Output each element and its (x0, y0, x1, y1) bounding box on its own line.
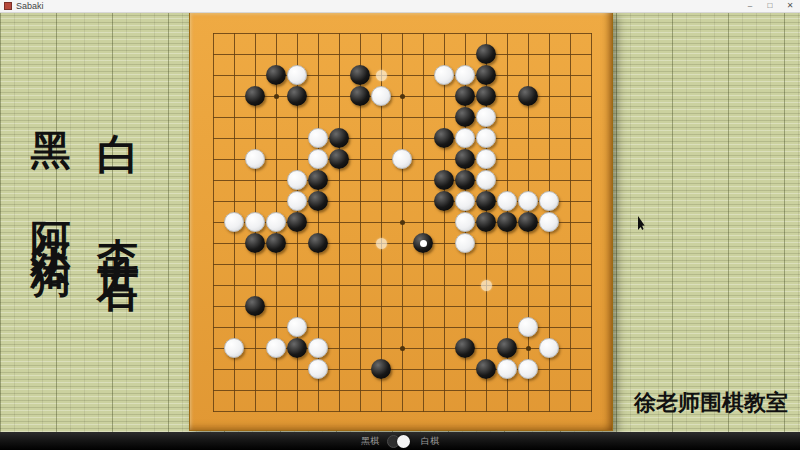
star-point (274, 94, 279, 99)
maximize-button[interactable]: □ (760, 0, 780, 12)
stone-white[interactable] (455, 128, 475, 148)
stone-white[interactable] (224, 212, 244, 232)
stone-black[interactable] (455, 170, 475, 190)
stone-white[interactable] (245, 149, 265, 169)
caption-white-player: 白 李世石 (90, 100, 146, 259)
star-point (400, 346, 405, 351)
app-window: Sabaki – □ ✕ 黑 阿尔法狗 白 李世石 徐老师围棋教室 黑棋 白棋 (0, 0, 800, 450)
stone-black[interactable] (308, 191, 328, 211)
stone-black[interactable] (308, 170, 328, 190)
title-bar: Sabaki – □ ✕ (0, 0, 800, 13)
white-stone-icon (397, 435, 410, 448)
stone-white[interactable] (371, 86, 391, 106)
stone-white[interactable] (224, 338, 244, 358)
stone-black[interactable] (245, 296, 265, 316)
black-player-name: 阿尔法狗 (28, 190, 74, 238)
stone-black[interactable] (245, 233, 265, 253)
stone-black[interactable] (287, 86, 307, 106)
stone-black[interactable] (518, 212, 538, 232)
stone-white[interactable] (455, 65, 475, 85)
grid-line-horizontal (213, 411, 592, 412)
stone-black[interactable] (308, 233, 328, 253)
grid-line-vertical (423, 33, 424, 412)
grid-line-horizontal (213, 264, 592, 265)
white-turn-label: 白棋 (421, 435, 439, 448)
stone-white[interactable] (497, 359, 517, 379)
stone-black[interactable] (266, 233, 286, 253)
ghost-stone-mark (481, 280, 492, 291)
go-board[interactable] (189, 12, 613, 431)
grid-line-horizontal (213, 285, 592, 286)
last-move-marker (420, 240, 427, 247)
stone-black[interactable] (455, 86, 475, 106)
caption-black-player: 黑 阿尔法狗 (24, 100, 79, 238)
player-turn-toggle[interactable] (387, 435, 413, 448)
stone-white[interactable] (476, 149, 496, 169)
stone-white[interactable] (476, 107, 496, 127)
black-color-label: 黑 (28, 100, 74, 112)
stone-white[interactable] (539, 212, 559, 232)
stone-black[interactable] (245, 86, 265, 106)
stone-white[interactable] (392, 149, 412, 169)
stone-black[interactable] (476, 65, 496, 85)
white-color-label: 白 (94, 100, 143, 118)
stone-black[interactable] (455, 338, 475, 358)
stone-black[interactable] (497, 212, 517, 232)
stone-white[interactable] (539, 338, 559, 358)
stone-white[interactable] (497, 191, 517, 211)
stone-black[interactable] (413, 233, 433, 253)
stone-white[interactable] (476, 128, 496, 148)
stone-black[interactable] (287, 338, 307, 358)
grid-line-horizontal (213, 306, 592, 307)
black-turn-label: 黑棋 (361, 435, 379, 448)
sabaki-app-icon (4, 2, 12, 10)
stone-white[interactable] (245, 212, 265, 232)
stone-black[interactable] (476, 86, 496, 106)
star-point (400, 94, 405, 99)
stone-black[interactable] (434, 191, 454, 211)
stone-white[interactable] (266, 212, 286, 232)
ghost-stone-mark (376, 70, 387, 81)
window-controls: – □ ✕ (740, 0, 800, 12)
stone-white[interactable] (287, 170, 307, 190)
stone-black[interactable] (455, 149, 475, 169)
stone-white[interactable] (455, 233, 475, 253)
star-point (400, 220, 405, 225)
window-title: Sabaki (16, 0, 44, 12)
stone-white[interactable] (455, 212, 475, 232)
stone-black[interactable] (476, 212, 496, 232)
stone-white[interactable] (308, 359, 328, 379)
bottom-toolbar: 黑棋 白棋 (0, 432, 800, 450)
stone-black[interactable] (287, 212, 307, 232)
stone-black[interactable] (476, 44, 496, 64)
stone-black[interactable] (476, 191, 496, 211)
close-button[interactable]: ✕ (780, 0, 800, 12)
stone-black[interactable] (497, 338, 517, 358)
stone-black[interactable] (455, 107, 475, 127)
stone-black[interactable] (434, 170, 454, 190)
stone-white[interactable] (287, 191, 307, 211)
stone-black[interactable] (350, 86, 370, 106)
minimize-button[interactable]: – (740, 0, 760, 12)
stone-white[interactable] (287, 65, 307, 85)
grid-line-vertical (444, 33, 445, 412)
stone-black[interactable] (434, 128, 454, 148)
ghost-stone-mark (376, 238, 387, 249)
grid-line-horizontal (213, 390, 592, 391)
stone-black[interactable] (266, 65, 286, 85)
stone-white[interactable] (287, 317, 307, 337)
grid-line-vertical (570, 33, 571, 412)
stone-white[interactable] (539, 191, 559, 211)
stone-white[interactable] (308, 149, 328, 169)
stone-white[interactable] (308, 128, 328, 148)
stone-white[interactable] (518, 191, 538, 211)
stone-white[interactable] (434, 65, 454, 85)
stone-black[interactable] (518, 86, 538, 106)
stone-white[interactable] (266, 338, 286, 358)
star-point (526, 346, 531, 351)
stone-black[interactable] (350, 65, 370, 85)
stone-black[interactable] (371, 359, 391, 379)
white-player-name: 李世石 (94, 205, 143, 259)
stone-black[interactable] (476, 359, 496, 379)
stone-white[interactable] (455, 191, 475, 211)
stone-white[interactable] (518, 359, 538, 379)
watermark-text: 徐老师围棋教室 (634, 388, 788, 418)
stone-white[interactable] (476, 170, 496, 190)
stone-white[interactable] (518, 317, 538, 337)
grid-line-vertical (591, 33, 592, 412)
stone-black[interactable] (329, 128, 349, 148)
stone-white[interactable] (308, 338, 328, 358)
stone-black[interactable] (329, 149, 349, 169)
